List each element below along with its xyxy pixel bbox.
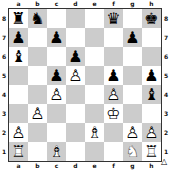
file-label: h: [142, 0, 161, 8]
square-f3[interactable]: ♚♔: [104, 104, 123, 123]
square-d4[interactable]: [66, 85, 85, 104]
piece-white-pawn[interactable]: ♟♙: [66, 66, 85, 85]
file-label: g: [123, 162, 142, 170]
square-g5[interactable]: [123, 66, 142, 85]
piece-glyph: ♟: [47, 66, 66, 85]
piece-black-knight[interactable]: ♞: [28, 9, 47, 28]
file-label: b: [28, 162, 47, 170]
rank-label: 8: [0, 9, 8, 28]
file-label: d: [66, 162, 85, 170]
square-e2[interactable]: ♝♗: [85, 123, 104, 142]
piece-white-king[interactable]: ♚♔: [104, 104, 123, 123]
piece-black-pawn[interactable]: ♟: [123, 28, 142, 47]
piece-glyph: ♙: [47, 85, 66, 104]
rank-label: 8: [162, 9, 170, 28]
square-a4[interactable]: [9, 85, 28, 104]
piece-glyph: ♙: [123, 123, 142, 142]
piece-white-pawn[interactable]: ♟♙: [142, 123, 161, 142]
file-label: c: [47, 162, 66, 170]
square-a7[interactable]: ♟: [9, 28, 28, 47]
square-f5[interactable]: ♟: [104, 66, 123, 85]
square-g2[interactable]: ♟♙: [123, 123, 142, 142]
rank-labels-right: 87654321: [162, 9, 170, 161]
piece-glyph: ♙: [104, 85, 123, 104]
rank-label: 3: [162, 104, 170, 123]
rank-label: 1: [0, 142, 8, 161]
piece-black-pawn[interactable]: ♟: [9, 28, 28, 47]
square-c7[interactable]: ♟: [47, 28, 66, 47]
square-d5[interactable]: ♟♙: [66, 66, 85, 85]
piece-glyph: ♟: [47, 28, 66, 47]
rank-label: 4: [162, 85, 170, 104]
piece-black-pawn[interactable]: ♟: [47, 28, 66, 47]
piece-black-rook[interactable]: ♜: [9, 9, 28, 28]
square-h5[interactable]: ♟: [142, 66, 161, 85]
piece-black-queen[interactable]: ♛: [104, 9, 123, 28]
square-h7[interactable]: [142, 28, 161, 47]
rank-labels-left: 87654321: [0, 9, 8, 161]
piece-black-bishop[interactable]: ♝: [9, 47, 28, 66]
square-e8[interactable]: [85, 9, 104, 28]
piece-glyph: ♟: [9, 28, 28, 47]
square-b1[interactable]: [28, 142, 47, 161]
square-a2[interactable]: ♟♙: [9, 123, 28, 142]
square-d6[interactable]: ♟: [66, 47, 85, 66]
square-h6[interactable]: [142, 47, 161, 66]
piece-glyph: ♟: [142, 66, 161, 85]
file-label: d: [66, 0, 85, 8]
square-g4[interactable]: [123, 85, 142, 104]
piece-glyph: ♗: [85, 123, 104, 142]
square-h2[interactable]: ♟♙: [142, 123, 161, 142]
square-a6[interactable]: ♝: [9, 47, 28, 66]
square-f7[interactable]: [104, 28, 123, 47]
square-b5[interactable]: [28, 66, 47, 85]
file-label: b: [28, 0, 47, 8]
square-g8[interactable]: [123, 9, 142, 28]
square-a1[interactable]: ♜♖: [9, 142, 28, 161]
file-label: f: [104, 0, 123, 8]
rank-label: 5: [0, 66, 8, 85]
file-label: e: [85, 162, 104, 170]
rank-label: 3: [0, 104, 8, 123]
piece-black-pawn[interactable]: ♟: [47, 66, 66, 85]
piece-glyph: ♗: [47, 142, 66, 161]
square-d8[interactable]: [66, 9, 85, 28]
square-f8[interactable]: ♛: [104, 9, 123, 28]
piece-glyph: ♖: [9, 142, 28, 161]
file-labels-top: abcdefgh: [9, 0, 161, 8]
file-label: a: [9, 0, 28, 8]
piece-white-pawn[interactable]: ♟♙: [47, 85, 66, 104]
square-a5[interactable]: [9, 66, 28, 85]
square-c1[interactable]: ♝♗: [47, 142, 66, 161]
piece-black-pawn[interactable]: ♟: [142, 66, 161, 85]
piece-black-bishop[interactable]: ♝: [142, 85, 161, 104]
square-g6[interactable]: [123, 47, 142, 66]
file-label: e: [85, 0, 104, 8]
square-e4[interactable]: [85, 85, 104, 104]
piece-glyph: ♜: [9, 9, 28, 28]
square-c3[interactable]: [47, 104, 66, 123]
square-e5[interactable]: [85, 66, 104, 85]
piece-black-king[interactable]: ♚: [142, 9, 161, 28]
rank-label: 2: [0, 123, 8, 142]
piece-glyph: ♝: [9, 47, 28, 66]
square-d1[interactable]: [66, 142, 85, 161]
square-g7[interactable]: ♟: [123, 28, 142, 47]
square-b2[interactable]: [28, 123, 47, 142]
square-c2[interactable]: [47, 123, 66, 142]
piece-glyph: ♝: [142, 85, 161, 104]
square-f6[interactable]: [104, 47, 123, 66]
square-e7[interactable]: [85, 28, 104, 47]
piece-glyph: ♔: [104, 104, 123, 123]
square-d2[interactable]: [66, 123, 85, 142]
square-c5[interactable]: ♟: [47, 66, 66, 85]
square-b3[interactable]: ♟♙: [28, 104, 47, 123]
piece-glyph: ♙: [28, 104, 47, 123]
chess-board[interactable]: ♜♞♛♚♟♟♟♝♟♟♟♙♟♟♟♙♟♙♝♟♙♚♔♟♙♝♗♟♙♟♙♜♖♝♗♞♘♜♖: [8, 8, 162, 162]
square-g3[interactable]: [123, 104, 142, 123]
white-to-move-indicator: △: [159, 157, 169, 167]
square-e1[interactable]: [85, 142, 104, 161]
piece-glyph: ♙: [9, 123, 28, 142]
square-e3[interactable]: [85, 104, 104, 123]
piece-glyph: ♟: [123, 28, 142, 47]
file-labels-bottom: abcdefgh: [9, 162, 161, 170]
square-a3[interactable]: [9, 104, 28, 123]
file-label: g: [123, 0, 142, 8]
piece-white-knight[interactable]: ♞♘: [123, 142, 142, 161]
square-f1[interactable]: [104, 142, 123, 161]
square-b8[interactable]: ♞: [28, 9, 47, 28]
rank-label: 6: [0, 47, 8, 66]
square-b4[interactable]: [28, 85, 47, 104]
piece-glyph: ♛: [104, 9, 123, 28]
file-label: c: [47, 0, 66, 8]
square-c6[interactable]: [47, 47, 66, 66]
square-f4[interactable]: ♟♙: [104, 85, 123, 104]
piece-white-pawn[interactable]: ♟♙: [104, 85, 123, 104]
square-b6[interactable]: [28, 47, 47, 66]
rank-label: 2: [162, 123, 170, 142]
square-c8[interactable]: [47, 9, 66, 28]
piece-glyph: ♘: [123, 142, 142, 161]
square-d7[interactable]: [66, 28, 85, 47]
file-label: f: [104, 162, 123, 170]
square-d3[interactable]: [66, 104, 85, 123]
piece-glyph: ♙: [66, 66, 85, 85]
square-h3[interactable]: [142, 104, 161, 123]
square-h8[interactable]: ♚: [142, 9, 161, 28]
chess-diagram: abcdefgh 87654321 ♜♞♛♚♟♟♟♝♟♟♟♙♟♟♟♙♟♙♝♟♙♚…: [0, 0, 170, 170]
square-a8[interactable]: ♜: [9, 9, 28, 28]
piece-white-pawn[interactable]: ♟♙: [9, 123, 28, 142]
rank-label: 4: [0, 85, 8, 104]
piece-glyph: ♚: [142, 9, 161, 28]
rank-label: 5: [162, 66, 170, 85]
piece-white-pawn[interactable]: ♟♙: [123, 123, 142, 142]
piece-white-pawn[interactable]: ♟♙: [28, 104, 47, 123]
piece-white-bishop[interactable]: ♝♗: [85, 123, 104, 142]
square-g1[interactable]: ♞♘: [123, 142, 142, 161]
rank-label: 6: [162, 47, 170, 66]
piece-glyph: ♟: [104, 66, 123, 85]
square-c4[interactable]: ♟♙: [47, 85, 66, 104]
piece-glyph: ♞: [28, 9, 47, 28]
square-b7[interactable]: [28, 28, 47, 47]
square-f2[interactable]: [104, 123, 123, 142]
square-h4[interactable]: ♝: [142, 85, 161, 104]
rank-label: 7: [0, 28, 8, 47]
piece-glyph: ♟: [66, 47, 85, 66]
file-label: a: [9, 162, 28, 170]
piece-glyph: ♙: [142, 123, 161, 142]
piece-white-bishop[interactable]: ♝♗: [47, 142, 66, 161]
piece-black-pawn[interactable]: ♟: [66, 47, 85, 66]
square-e6[interactable]: [85, 47, 104, 66]
piece-black-pawn[interactable]: ♟: [104, 66, 123, 85]
rank-label: 7: [162, 28, 170, 47]
piece-white-rook[interactable]: ♜♖: [9, 142, 28, 161]
